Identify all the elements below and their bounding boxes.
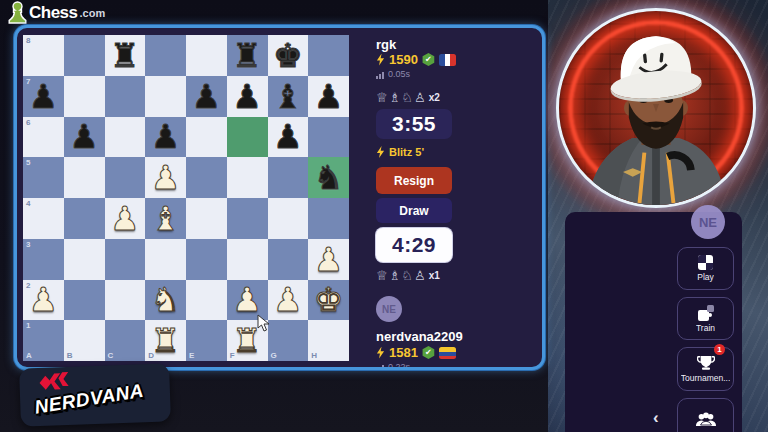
captured-pawn-icon: ♙	[414, 90, 426, 105]
rank-label-4: 4	[26, 199, 30, 208]
square-g8[interactable]: ♚	[268, 35, 309, 76]
piece-white-pawn[interactable]: ♟	[110, 202, 140, 235]
square-e4[interactable]	[186, 198, 227, 239]
nerdvana-logo: NERDVANA	[19, 363, 171, 426]
captured-queen-icon: ♕	[376, 90, 388, 105]
square-d1[interactable]: D♜	[145, 320, 186, 361]
square-h4[interactable]	[308, 198, 349, 239]
piece-black-rook[interactable]: ♜	[232, 39, 262, 72]
notification-badge: 1	[714, 344, 725, 355]
piece-black-pawn[interactable]: ♟	[232, 80, 262, 113]
site-suffix: .com	[80, 7, 106, 19]
square-c7[interactable]	[105, 76, 146, 117]
square-a6[interactable]: 6	[23, 117, 64, 158]
file-label-f: F	[230, 351, 235, 360]
captured-bishop-icon: ♗	[389, 268, 401, 283]
square-e8[interactable]	[186, 35, 227, 76]
square-a8[interactable]: 8	[23, 35, 64, 76]
piece-black-pawn[interactable]: ♟	[69, 120, 99, 153]
sidebar-item-friends[interactable]	[677, 398, 734, 432]
collapse-chevron-icon[interactable]: ‹	[653, 408, 659, 428]
site-avatar[interactable]: NE	[691, 205, 725, 239]
piece-white-king[interactable]: ♚	[314, 283, 344, 316]
opponent-flag-icon	[439, 54, 456, 66]
square-e3[interactable]	[186, 239, 227, 280]
square-b7[interactable]	[64, 76, 105, 117]
square-d5[interactable]: ♟	[145, 157, 186, 198]
resign-button[interactable]: Resign	[376, 167, 452, 194]
square-d8[interactable]	[145, 35, 186, 76]
square-g5[interactable]	[268, 157, 309, 198]
player-rating: 1581	[389, 345, 418, 360]
square-c8[interactable]: ♜	[105, 35, 146, 76]
piece-white-pawn[interactable]: ♟	[314, 243, 344, 276]
rank-label-6: 6	[26, 118, 30, 127]
file-label-h: H	[311, 351, 317, 360]
file-label-b: B	[67, 351, 73, 360]
blitz-bolt-icon	[376, 347, 385, 359]
piece-black-pawn[interactable]: ♟	[29, 80, 59, 113]
rank-label-5: 5	[26, 158, 30, 167]
opponent-name: rgk	[376, 37, 396, 52]
player-flag-icon	[439, 347, 456, 359]
square-f3[interactable]	[227, 239, 268, 280]
player-clock: 4:29	[376, 228, 452, 262]
square-g2[interactable]: ♟	[268, 280, 309, 321]
square-h5[interactable]: ♞	[308, 157, 349, 198]
captured-knight-icon: ♘	[401, 90, 413, 105]
opponent-rating: 1590	[389, 52, 418, 67]
square-d6[interactable]: ♟	[145, 117, 186, 158]
square-h6[interactable]	[308, 117, 349, 158]
rank-label-2: 2	[26, 281, 30, 290]
rank-label-8: 8	[26, 36, 30, 45]
game-panel: 8♜♜♚7♟♟♟♝♟6♟♟♟5♟♞4♟♝3♟2♟♞♟♟♚1ABCD♜EF♜GH …	[14, 25, 545, 370]
square-f6[interactable]	[227, 117, 268, 158]
chesscom-site-panel: ‹ Play Train 1 Tournamen...	[565, 212, 742, 432]
sidebar-item-train[interactable]: Train	[677, 297, 734, 340]
chesscom-logo: Chess .com	[8, 1, 105, 24]
square-g4[interactable]	[268, 198, 309, 239]
square-c3[interactable]	[105, 239, 146, 280]
square-f5[interactable]	[227, 157, 268, 198]
board-icon	[698, 255, 713, 270]
piece-white-pawn[interactable]: ♟	[29, 283, 59, 316]
square-b5[interactable]	[64, 157, 105, 198]
signal-bars-icon	[376, 72, 384, 79]
square-e5[interactable]	[186, 157, 227, 198]
file-label-d: D	[148, 351, 154, 360]
square-b3[interactable]	[64, 239, 105, 280]
time-control: Blitz 5'	[376, 146, 424, 158]
square-f8[interactable]: ♜	[227, 35, 268, 76]
rank-label-3: 3	[26, 240, 30, 249]
friends-icon	[695, 412, 717, 428]
piece-white-pawn[interactable]: ♟	[232, 283, 262, 316]
square-d4[interactable]: ♝	[145, 198, 186, 239]
square-d2[interactable]: ♞	[145, 280, 186, 321]
puzzle-icon	[698, 305, 714, 321]
streamer-portrait	[559, 11, 753, 205]
square-b6[interactable]: ♟	[64, 117, 105, 158]
square-a2[interactable]: 2♟	[23, 280, 64, 321]
player-avatar[interactable]: NE	[376, 296, 402, 322]
piece-black-king[interactable]: ♚	[273, 39, 303, 72]
piece-black-pawn[interactable]: ♟	[314, 80, 344, 113]
piece-white-pawn[interactable]: ♟	[151, 161, 181, 194]
square-c6[interactable]	[105, 117, 146, 158]
captured-pieces-bottom: ♕♗♘♙x1	[376, 268, 440, 283]
square-b2[interactable]	[64, 280, 105, 321]
player-rating-row: 1581 ✔	[376, 345, 456, 360]
rank-label-1: 1	[26, 321, 30, 330]
piece-white-pawn[interactable]: ♟	[273, 283, 303, 316]
opponent-rating-row: 1590 ✔	[376, 52, 456, 67]
opponent-clock: 3:55	[376, 109, 452, 139]
square-g3[interactable]	[268, 239, 309, 280]
square-f4[interactable]	[227, 198, 268, 239]
opponent-latency: 0.05s	[376, 69, 410, 79]
square-b4[interactable]	[64, 198, 105, 239]
piece-white-bishop[interactable]: ♝	[151, 202, 181, 235]
sidebar-item-play[interactable]: Play	[677, 247, 734, 290]
square-h1[interactable]: H	[308, 320, 349, 361]
piece-white-rook[interactable]: ♜	[151, 324, 181, 357]
chess-board[interactable]: 8♜♜♚7♟♟♟♝♟6♟♟♟5♟♞4♟♝3♟2♟♞♟♟♚1ABCD♜EF♜GH	[23, 35, 349, 361]
rank-label-7: 7	[26, 77, 30, 86]
square-b1[interactable]: B	[64, 320, 105, 361]
square-e2[interactable]	[186, 280, 227, 321]
square-d7[interactable]	[145, 76, 186, 117]
piece-white-knight[interactable]: ♞	[151, 283, 181, 316]
square-c1[interactable]: C	[105, 320, 146, 361]
piece-black-knight[interactable]: ♞	[314, 161, 344, 194]
square-h8[interactable]	[308, 35, 349, 76]
square-g7[interactable]: ♝	[268, 76, 309, 117]
square-b8[interactable]	[64, 35, 105, 76]
square-a3[interactable]: 3	[23, 239, 64, 280]
mouse-cursor	[257, 314, 270, 332]
square-g1[interactable]: G	[268, 320, 309, 361]
file-label-a: A	[26, 351, 32, 360]
piece-black-pawn[interactable]: ♟	[192, 80, 222, 113]
square-c5[interactable]	[105, 157, 146, 198]
square-d3[interactable]	[145, 239, 186, 280]
captured-pawn-icon: ♙	[414, 268, 426, 283]
square-f7[interactable]: ♟	[227, 76, 268, 117]
piece-black-bishop[interactable]: ♝	[273, 80, 303, 113]
piece-black-rook[interactable]: ♜	[110, 39, 140, 72]
square-e7[interactable]: ♟	[186, 76, 227, 117]
piece-black-pawn[interactable]: ♟	[273, 120, 303, 153]
player-name: nerdvana2209	[376, 329, 463, 344]
square-h7[interactable]: ♟	[308, 76, 349, 117]
square-a7[interactable]: 7♟	[23, 76, 64, 117]
square-c4[interactable]: ♟	[105, 198, 146, 239]
player-latency: 0.22s	[376, 362, 410, 370]
square-g6[interactable]: ♟	[268, 117, 309, 158]
square-h3[interactable]: ♟	[308, 239, 349, 280]
square-e6[interactable]	[186, 117, 227, 158]
square-a1[interactable]: 1A	[23, 320, 64, 361]
blitz-bolt-icon	[376, 54, 385, 66]
file-label-g: G	[271, 351, 277, 360]
game-sidebar: rgk 1590 ✔ 0.05s ♕♗♘♙x2 3:55 Blitz 5' Re…	[362, 28, 542, 367]
signal-bars-icon	[376, 365, 384, 370]
square-a5[interactable]: 5	[23, 157, 64, 198]
blitz-bolt-icon	[376, 146, 385, 158]
draw-button[interactable]: Draw	[376, 198, 452, 223]
square-h2[interactable]: ♚	[308, 280, 349, 321]
square-a4[interactable]: 4	[23, 198, 64, 239]
piece-black-pawn[interactable]: ♟	[151, 120, 181, 153]
square-e1[interactable]: E	[186, 320, 227, 361]
captured-multiplier: x1	[429, 270, 440, 281]
trophy-icon	[697, 355, 715, 371]
square-c2[interactable]	[105, 280, 146, 321]
captured-multiplier: x2	[429, 92, 440, 103]
file-label-e: E	[189, 351, 194, 360]
green-pawn-icon	[8, 1, 27, 24]
verified-badge-icon: ✔	[422, 346, 435, 359]
stream-overlay: Chess .com	[0, 0, 768, 432]
captured-knight-icon: ♘	[401, 268, 413, 283]
sidebar-item-tournaments[interactable]: 1 Tournamen...	[677, 347, 734, 391]
site-name: Chess	[29, 3, 78, 23]
captured-pieces-top: ♕♗♘♙x2	[376, 90, 440, 105]
verified-badge-icon: ✔	[422, 53, 435, 66]
streamer-webcam	[556, 8, 756, 208]
captured-bishop-icon: ♗	[389, 90, 401, 105]
file-label-c: C	[108, 351, 114, 360]
captured-queen-icon: ♕	[376, 268, 388, 283]
